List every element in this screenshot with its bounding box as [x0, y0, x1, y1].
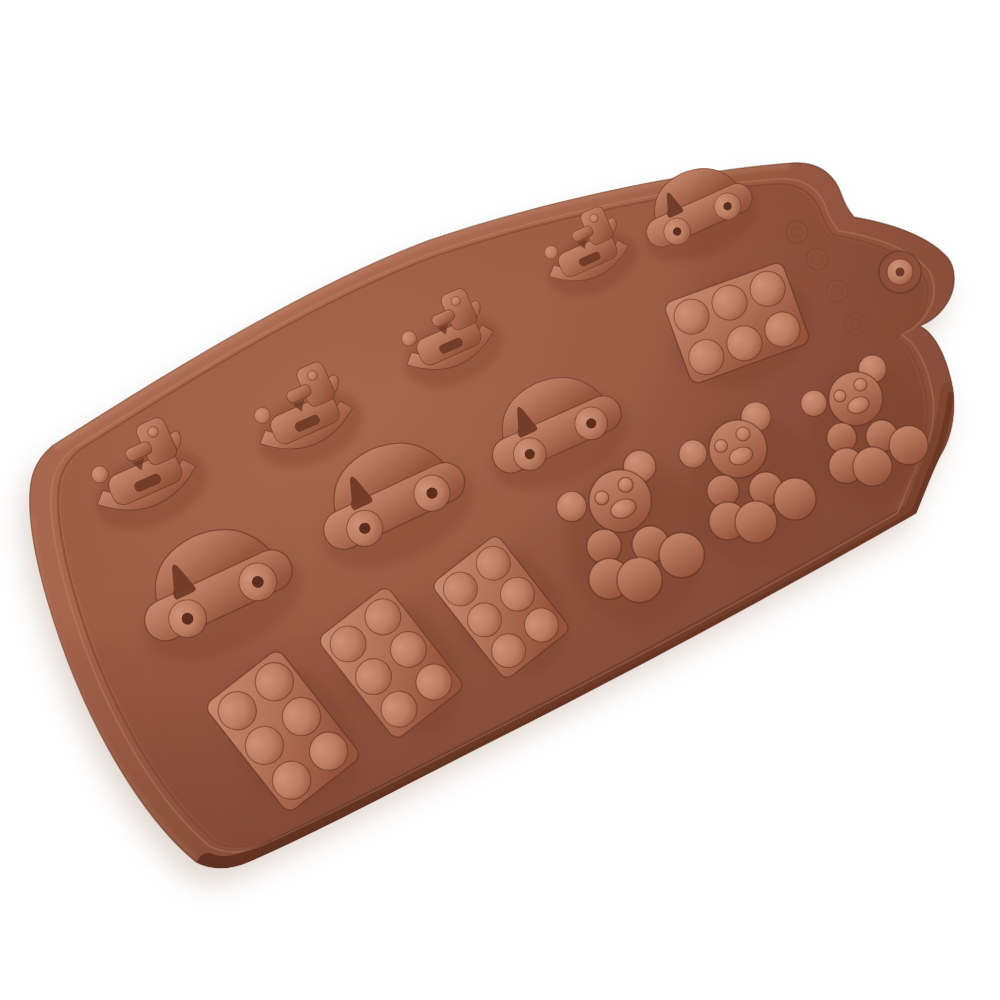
product-photo — [0, 0, 1000, 1000]
hanging-tab-hole — [879, 251, 921, 293]
mold-scene-svg — [0, 0, 1000, 1000]
